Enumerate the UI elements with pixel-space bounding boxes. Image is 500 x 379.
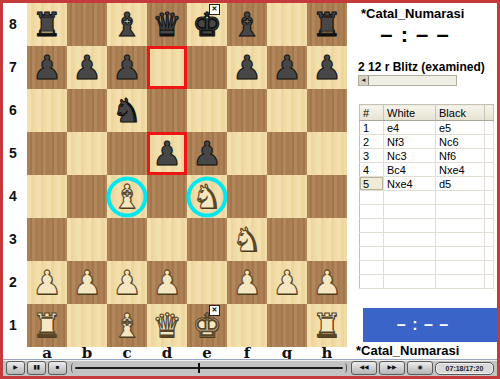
extra-cell[interactable] [485, 163, 494, 177]
move-number-cell[interactable]: 5 [360, 177, 384, 191]
stop-button[interactable]: ■ [48, 361, 67, 375]
square-g6[interactable] [267, 89, 307, 132]
black-rook-h8[interactable]: ♜ [312, 8, 342, 41]
black-pawn-a7[interactable]: ♟ [32, 51, 62, 84]
square-g1[interactable] [267, 304, 307, 347]
fast-forward-button[interactable]: ▶▶ [379, 361, 405, 375]
square-b2[interactable]: ♟ [67, 261, 107, 304]
square-b7[interactable]: ♟ [67, 46, 107, 89]
extra-cell [485, 219, 494, 233]
white-pawn-b2[interactable]: ♟ [72, 266, 102, 299]
scroll-left-arrow-icon[interactable]: ◄ [359, 76, 369, 85]
white-move-cell [384, 275, 436, 289]
pause-button[interactable]: ▮▮ [27, 361, 46, 375]
square-f8[interactable]: ♝ [227, 3, 267, 46]
black-move-cell [436, 219, 485, 233]
square-h8[interactable]: ♜ [307, 3, 347, 46]
square-e6[interactable] [187, 89, 227, 132]
square-e4[interactable]: ♞ [187, 175, 227, 218]
square-e1[interactable]: ♚✕ [187, 304, 227, 347]
black-bishop-f8[interactable]: ♝ [232, 8, 262, 41]
square-a8[interactable]: ♜ [27, 3, 67, 46]
move-number-cell [360, 275, 384, 289]
square-f3[interactable]: ♞ [227, 218, 267, 261]
rank-label-2: 2 [2, 261, 24, 304]
white-move-cell[interactable]: Nxe4 [384, 177, 436, 191]
move-row-empty[interactable] [360, 233, 494, 247]
extra-cell [485, 275, 494, 289]
square-a7[interactable]: ♟ [27, 46, 67, 89]
square-a3[interactable] [27, 218, 67, 261]
rank-label-6: 6 [2, 89, 24, 132]
king-cross-marker-e1: ✕ [209, 305, 220, 316]
black-pawn-d5[interactable]: ♟ [152, 137, 182, 170]
move-row-empty[interactable] [360, 205, 494, 219]
white-move-cell [384, 247, 436, 261]
square-g7[interactable]: ♟ [267, 46, 307, 89]
square-e2[interactable] [187, 261, 227, 304]
black-move-cell [436, 261, 485, 275]
white-pawn-c2[interactable]: ♟ [112, 266, 142, 299]
move-row-5[interactable]: 5Nxe4d5 [360, 177, 494, 191]
move-number-cell [360, 205, 384, 219]
white-knight-e4[interactable]: ♞ [192, 180, 222, 213]
square-h1[interactable]: ♜ [307, 304, 347, 347]
square-h3[interactable] [307, 218, 347, 261]
col-white: White [384, 105, 436, 121]
black-pawn-c7[interactable]: ♟ [112, 51, 142, 84]
square-b4[interactable] [67, 175, 107, 218]
rank-label-3: 3 [2, 218, 24, 261]
clock-top: – : – – [360, 22, 470, 48]
white-pawn-h2[interactable]: ♟ [312, 266, 342, 299]
square-f2[interactable]: ♟ [227, 261, 267, 304]
extra-cell[interactable] [485, 135, 494, 149]
black-knight-c6[interactable]: ♞ [112, 94, 142, 127]
square-c4[interactable]: ♝ [107, 175, 147, 218]
square-f7[interactable]: ♟ [227, 46, 267, 89]
black-move-cell[interactable]: Nf6 [436, 149, 485, 163]
black-move-cell [436, 275, 485, 289]
move-row-3[interactable]: 3Nc3Nf6 [360, 149, 494, 163]
move-number-cell [360, 219, 384, 233]
square-d3[interactable] [147, 218, 187, 261]
square-h6[interactable] [307, 89, 347, 132]
square-d5[interactable]: ♟ [147, 132, 187, 175]
black-queen-d8[interactable]: ♛ [152, 8, 182, 41]
white-knight-f3[interactable]: ♞ [232, 223, 262, 256]
white-bishop-c4[interactable]: ♝ [112, 180, 142, 213]
rank-label-5: 5 [2, 132, 24, 175]
square-d6[interactable] [147, 89, 187, 132]
white-move-cell[interactable]: Nc3 [384, 149, 436, 163]
play-button[interactable]: ▶ [6, 361, 25, 375]
square-h4[interactable] [307, 175, 347, 218]
player-name-bottom: *Catal_Numarasi [356, 343, 459, 358]
black-pawn-h7[interactable]: ♟ [312, 51, 342, 84]
black-move-cell[interactable]: Nc6 [436, 135, 485, 149]
white-move-cell[interactable]: e4 [384, 121, 436, 135]
extra-cell[interactable] [485, 149, 494, 163]
move-number-cell [360, 261, 384, 275]
square-h2[interactable]: ♟ [307, 261, 347, 304]
move-row-1[interactable]: 1e4e5 [360, 121, 494, 135]
square-e5[interactable]: ♟ [187, 132, 227, 175]
col-move-number: # [360, 105, 384, 121]
square-c2[interactable]: ♟ [107, 261, 147, 304]
square-f4[interactable] [227, 175, 267, 218]
square-b8[interactable] [67, 3, 107, 46]
rank-label-8: 8 [2, 3, 24, 46]
move-row-empty[interactable] [360, 261, 494, 275]
chess-board: ♜♝♛♚✕♝♜♟♟♟♟♟♟♞♟♟♝♞♞♟♟♟♟♟♟♟♜♝♛♚✕♜ [27, 3, 347, 347]
rank-label-4: 4 [2, 175, 24, 218]
move-row-4[interactable]: 4Bc4Nxe4 [360, 163, 494, 177]
square-b6[interactable] [67, 89, 107, 132]
white-move-cell[interactable]: Nf3 [384, 135, 436, 149]
move-number-cell [360, 191, 384, 205]
move-row-empty[interactable] [360, 219, 494, 233]
record-button[interactable]: ◉ [407, 361, 433, 375]
square-g4[interactable] [267, 175, 307, 218]
white-pawn-f2[interactable]: ♟ [232, 266, 262, 299]
move-table-header: # White Black [360, 105, 494, 121]
move-row-empty[interactable] [360, 191, 494, 205]
black-move-cell [436, 233, 485, 247]
col-black: Black [436, 105, 485, 121]
black-move-cell [436, 247, 485, 261]
white-move-cell [384, 261, 436, 275]
black-pawn-e5[interactable]: ♟ [192, 137, 222, 170]
black-rook-a8[interactable]: ♜ [32, 8, 62, 41]
slider-track[interactable] [75, 367, 343, 369]
extra-cell[interactable] [485, 177, 494, 191]
square-h5[interactable] [307, 132, 347, 175]
square-g8[interactable] [267, 3, 307, 46]
square-h7[interactable]: ♟ [307, 46, 347, 89]
rank-label-1: 1 [2, 304, 24, 347]
square-a2[interactable]: ♟ [27, 261, 67, 304]
square-g5[interactable] [267, 132, 307, 175]
black-pawn-f7[interactable]: ♟ [232, 51, 262, 84]
square-e8[interactable]: ♚✕ [187, 3, 227, 46]
square-c1[interactable]: ♝ [107, 304, 147, 347]
extra-cell [485, 205, 494, 219]
square-a4[interactable] [27, 175, 67, 218]
square-d8[interactable]: ♛ [147, 3, 187, 46]
square-f1[interactable] [227, 304, 267, 347]
extra-cell [485, 261, 494, 275]
square-d7[interactable] [147, 46, 187, 89]
black-move-cell[interactable]: Nxe4 [436, 163, 485, 177]
square-b3[interactable] [67, 218, 107, 261]
square-d2[interactable]: ♟ [147, 261, 187, 304]
square-a1[interactable]: ♜ [27, 304, 67, 347]
move-number-cell[interactable]: 2 [360, 135, 384, 149]
black-move-cell[interactable]: e5 [436, 121, 485, 135]
white-move-cell [384, 219, 436, 233]
king-cross-marker-e8: ✕ [209, 4, 220, 15]
square-g3[interactable] [267, 218, 307, 261]
move-number-cell [360, 247, 384, 261]
square-b5[interactable] [67, 132, 107, 175]
white-bishop-c1[interactable]: ♝ [112, 309, 142, 342]
white-pawn-g2[interactable]: ♟ [272, 266, 302, 299]
move-list-table[interactable]: # White Black 1e4e52Nf3Nc63Nc3Nf64Bc4Nxe… [359, 104, 494, 289]
clock-bottom: – : – – [397, 316, 463, 334]
slider-right-cap [342, 363, 347, 373]
square-a6[interactable] [27, 89, 67, 132]
col-extra [485, 105, 494, 121]
square-c7[interactable]: ♟ [107, 46, 147, 89]
black-move-cell [436, 205, 485, 219]
black-move-cell[interactable]: d5 [436, 177, 485, 191]
extra-cell [485, 191, 494, 205]
square-f5[interactable] [227, 132, 267, 175]
slider-position-marker[interactable] [198, 363, 200, 373]
time-display: 07:18/17:20 [435, 362, 494, 375]
square-c6[interactable]: ♞ [107, 89, 147, 132]
move-number-cell[interactable]: 1 [360, 121, 384, 135]
square-b1[interactable] [67, 304, 107, 347]
square-c5[interactable] [107, 132, 147, 175]
square-d4[interactable] [147, 175, 187, 218]
game-position-slider[interactable] [73, 362, 345, 374]
square-a5[interactable] [27, 132, 67, 175]
move-number-cell[interactable]: 4 [360, 163, 384, 177]
move-table-body[interactable]: 1e4e52Nf3Nc63Nc3Nf64Bc4Nxe45Nxe4d5 [360, 121, 494, 289]
extra-cell [485, 233, 494, 247]
square-e7[interactable] [187, 46, 227, 89]
square-c8[interactable]: ♝ [107, 3, 147, 46]
games-scrollbar[interactable]: ◄ [358, 75, 457, 86]
white-move-cell[interactable]: Bc4 [384, 163, 436, 177]
black-bishop-c8[interactable]: ♝ [112, 8, 142, 41]
white-move-cell [384, 205, 436, 219]
black-move-cell [436, 191, 485, 205]
square-e3[interactable] [187, 218, 227, 261]
rank-label-7: 7 [2, 46, 24, 89]
white-pawn-d2[interactable]: ♟ [152, 266, 182, 299]
move-number-cell [360, 233, 384, 247]
move-row-empty[interactable] [360, 247, 494, 261]
black-pawn-g7[interactable]: ♟ [272, 51, 302, 84]
white-rook-a1[interactable]: ♜ [32, 309, 62, 342]
white-move-cell [384, 233, 436, 247]
media-toolbar: ▶ ▮▮ ■ ◀◀ ▶▶ ◉ 07:18/17:20 [3, 359, 497, 376]
player-name-top: *Catal_Numarasi [361, 6, 464, 21]
game-info-label: 2 12 r Blitz (examined) [358, 60, 485, 74]
move-row-2[interactable]: 2Nf3Nc6 [360, 135, 494, 149]
app-window: 87654321 ♜♝♛♚✕♝♜♟♟♟♟♟♟♞♟♟♝♞♞♟♟♟♟♟♟♟♜♝♛♚✕… [0, 0, 500, 379]
rewind-button[interactable]: ◀◀ [351, 361, 377, 375]
extra-cell [485, 247, 494, 261]
move-number-cell[interactable]: 3 [360, 149, 384, 163]
white-rook-h1[interactable]: ♜ [312, 309, 342, 342]
black-pawn-b7[interactable]: ♟ [72, 51, 102, 84]
white-move-cell [384, 191, 436, 205]
square-d1[interactable]: ♛ [147, 304, 187, 347]
clock-bottom-bar: – : – – [363, 308, 497, 342]
square-f6[interactable] [227, 89, 267, 132]
extra-cell[interactable] [485, 121, 494, 135]
white-queen-d1[interactable]: ♛ [152, 309, 182, 342]
white-pawn-a2[interactable]: ♟ [32, 266, 62, 299]
square-g2[interactable]: ♟ [267, 261, 307, 304]
move-row-empty[interactable] [360, 275, 494, 289]
square-c3[interactable] [107, 218, 147, 261]
